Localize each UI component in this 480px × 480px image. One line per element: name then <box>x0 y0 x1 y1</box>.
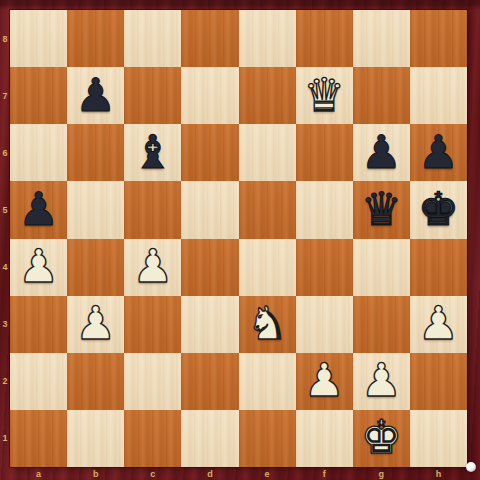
black-pawn-g6[interactable]: ♟ <box>361 129 402 175</box>
square-f8[interactable] <box>296 10 353 67</box>
square-f7[interactable]: ♛ <box>296 67 353 124</box>
file-label-h: h <box>410 467 467 480</box>
white-pawn-g2[interactable]: ♟ <box>361 357 402 403</box>
white-pawn-b3[interactable]: ♟ <box>75 300 116 346</box>
square-g6[interactable]: ♟ <box>353 124 410 181</box>
square-a2[interactable] <box>10 353 67 410</box>
square-a5[interactable]: ♟ <box>10 181 67 238</box>
square-h5[interactable]: ♚ <box>410 181 467 238</box>
square-h3[interactable]: ♟ <box>410 296 467 353</box>
white-to-move-dot <box>466 462 476 472</box>
file-labels: abcdefgh <box>10 467 467 480</box>
square-e4[interactable] <box>239 239 296 296</box>
square-a6[interactable] <box>10 124 67 181</box>
rank-label-5: 5 <box>0 181 10 238</box>
square-e6[interactable] <box>239 124 296 181</box>
square-b7[interactable]: ♟ <box>67 67 124 124</box>
rank-labels: 87654321 <box>0 10 10 467</box>
black-king-h5[interactable]: ♚ <box>418 186 459 232</box>
square-d7[interactable] <box>181 67 238 124</box>
square-g8[interactable] <box>353 10 410 67</box>
chess-board-frame: 87654321 ♟♛♝♟♟♟♛♚♟♟♟♞♟♟♟♚ abcdefgh <box>0 0 480 480</box>
black-bishop-c6[interactable]: ♝ <box>132 129 173 175</box>
square-d3[interactable] <box>181 296 238 353</box>
black-pawn-a5[interactable]: ♟ <box>18 186 59 232</box>
square-e8[interactable] <box>239 10 296 67</box>
square-f1[interactable] <box>296 410 353 467</box>
square-f5[interactable] <box>296 181 353 238</box>
square-a3[interactable] <box>10 296 67 353</box>
square-d1[interactable] <box>181 410 238 467</box>
square-e7[interactable] <box>239 67 296 124</box>
square-h4[interactable] <box>410 239 467 296</box>
square-a7[interactable] <box>10 67 67 124</box>
square-c7[interactable] <box>124 67 181 124</box>
white-pawn-f2[interactable]: ♟ <box>304 357 345 403</box>
black-pawn-h6[interactable]: ♟ <box>418 129 459 175</box>
file-label-b: b <box>67 467 124 480</box>
square-d4[interactable] <box>181 239 238 296</box>
square-b5[interactable] <box>67 181 124 238</box>
white-king-g1[interactable]: ♚ <box>361 414 402 460</box>
white-knight-e3[interactable]: ♞ <box>246 300 287 346</box>
square-b1[interactable] <box>67 410 124 467</box>
square-h6[interactable]: ♟ <box>410 124 467 181</box>
square-f2[interactable]: ♟ <box>296 353 353 410</box>
square-c4[interactable]: ♟ <box>124 239 181 296</box>
square-c5[interactable] <box>124 181 181 238</box>
square-e1[interactable] <box>239 410 296 467</box>
file-label-f: f <box>296 467 353 480</box>
square-a8[interactable] <box>10 10 67 67</box>
square-b6[interactable] <box>67 124 124 181</box>
black-queen-g5[interactable]: ♛ <box>361 186 402 232</box>
square-a1[interactable] <box>10 410 67 467</box>
square-f6[interactable] <box>296 124 353 181</box>
white-pawn-a4[interactable]: ♟ <box>18 243 59 289</box>
rank-label-3: 3 <box>0 296 10 353</box>
square-g3[interactable] <box>353 296 410 353</box>
square-g4[interactable] <box>353 239 410 296</box>
square-a4[interactable]: ♟ <box>10 239 67 296</box>
square-e2[interactable] <box>239 353 296 410</box>
black-pawn-b7[interactable]: ♟ <box>75 72 116 118</box>
square-g2[interactable]: ♟ <box>353 353 410 410</box>
square-f3[interactable] <box>296 296 353 353</box>
rank-label-6: 6 <box>0 124 10 181</box>
white-queen-f7[interactable]: ♛ <box>304 72 345 118</box>
rank-label-1: 1 <box>0 410 10 467</box>
square-e5[interactable] <box>239 181 296 238</box>
rank-label-7: 7 <box>0 67 10 124</box>
square-d5[interactable] <box>181 181 238 238</box>
file-label-d: d <box>181 467 238 480</box>
rank-label-8: 8 <box>0 10 10 67</box>
file-label-e: e <box>239 467 296 480</box>
square-g7[interactable] <box>353 67 410 124</box>
white-pawn-c4[interactable]: ♟ <box>132 243 173 289</box>
square-c3[interactable] <box>124 296 181 353</box>
square-c1[interactable] <box>124 410 181 467</box>
square-f4[interactable] <box>296 239 353 296</box>
file-label-a: a <box>10 467 67 480</box>
square-c8[interactable] <box>124 10 181 67</box>
square-b4[interactable] <box>67 239 124 296</box>
chess-board[interactable]: ♟♛♝♟♟♟♛♚♟♟♟♞♟♟♟♚ <box>10 10 467 467</box>
square-g1[interactable]: ♚ <box>353 410 410 467</box>
square-h8[interactable] <box>410 10 467 67</box>
square-d6[interactable] <box>181 124 238 181</box>
square-g5[interactable]: ♛ <box>353 181 410 238</box>
square-e3[interactable]: ♞ <box>239 296 296 353</box>
square-c6[interactable]: ♝ <box>124 124 181 181</box>
rank-label-4: 4 <box>0 239 10 296</box>
square-c2[interactable] <box>124 353 181 410</box>
square-b2[interactable] <box>67 353 124 410</box>
square-h1[interactable] <box>410 410 467 467</box>
file-label-c: c <box>124 467 181 480</box>
square-h7[interactable] <box>410 67 467 124</box>
file-label-g: g <box>353 467 410 480</box>
rank-label-2: 2 <box>0 353 10 410</box>
square-d8[interactable] <box>181 10 238 67</box>
square-h2[interactable] <box>410 353 467 410</box>
white-pawn-h3[interactable]: ♟ <box>418 300 459 346</box>
square-b8[interactable] <box>67 10 124 67</box>
square-b3[interactable]: ♟ <box>67 296 124 353</box>
square-d2[interactable] <box>181 353 238 410</box>
